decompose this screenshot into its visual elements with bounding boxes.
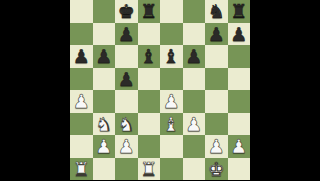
piece-black-pawn[interactable]: ♟: [118, 22, 135, 45]
square-d1[interactable]: ♜: [138, 158, 161, 181]
square-g1[interactable]: ♚: [205, 158, 228, 181]
piece-white-pawn[interactable]: ♟: [230, 135, 247, 158]
square-d5[interactable]: [138, 68, 161, 91]
square-d8[interactable]: ♜: [138, 0, 161, 23]
chess-app-stage: ♚♜♞♜♟♟♟♟♟♝♝♟♟♟♟♞♞♝♟♟♟♟♟♜♜♚: [0, 0, 320, 180]
square-g3[interactable]: [205, 113, 228, 136]
square-a2[interactable]: [70, 135, 93, 158]
square-b6[interactable]: ♟: [93, 45, 116, 68]
square-f2[interactable]: [183, 135, 206, 158]
piece-black-pawn[interactable]: ♟: [185, 45, 202, 68]
square-b8[interactable]: [93, 0, 116, 23]
square-f4[interactable]: [183, 90, 206, 113]
piece-black-knight[interactable]: ♞: [208, 0, 225, 22]
square-f8[interactable]: [183, 0, 206, 23]
square-d3[interactable]: [138, 113, 161, 136]
square-c4[interactable]: [115, 90, 138, 113]
piece-black-rook[interactable]: ♜: [230, 0, 247, 22]
square-a7[interactable]: [70, 23, 93, 46]
square-a8[interactable]: [70, 0, 93, 23]
square-b3[interactable]: ♞: [93, 113, 116, 136]
square-f3[interactable]: ♟: [183, 113, 206, 136]
square-e5[interactable]: [160, 68, 183, 91]
piece-black-pawn[interactable]: ♟: [118, 67, 135, 90]
square-b4[interactable]: [93, 90, 116, 113]
piece-white-pawn[interactable]: ♟: [95, 135, 112, 158]
square-c2[interactable]: ♟: [115, 135, 138, 158]
piece-black-pawn[interactable]: ♟: [73, 45, 90, 68]
square-b5[interactable]: [93, 68, 116, 91]
square-a5[interactable]: [70, 68, 93, 91]
piece-black-rook[interactable]: ♜: [140, 0, 157, 22]
piece-white-knight[interactable]: ♞: [95, 112, 112, 135]
square-e4[interactable]: ♟: [160, 90, 183, 113]
square-a4[interactable]: ♟: [70, 90, 93, 113]
piece-white-pawn[interactable]: ♟: [118, 135, 135, 158]
chess-board: ♚♜♞♜♟♟♟♟♟♝♝♟♟♟♟♞♞♝♟♟♟♟♟♜♜♚: [70, 0, 250, 180]
square-a3[interactable]: [70, 113, 93, 136]
piece-white-pawn[interactable]: ♟: [73, 90, 90, 113]
piece-black-king[interactable]: ♚: [118, 0, 135, 22]
square-g2[interactable]: ♟: [205, 135, 228, 158]
square-c5[interactable]: ♟: [115, 68, 138, 91]
square-c1[interactable]: [115, 158, 138, 181]
square-e7[interactable]: [160, 23, 183, 46]
square-e2[interactable]: [160, 135, 183, 158]
piece-black-bishop[interactable]: ♝: [163, 45, 180, 68]
square-h6[interactable]: [228, 45, 251, 68]
square-g5[interactable]: [205, 68, 228, 91]
piece-white-king[interactable]: ♚: [208, 157, 225, 180]
piece-white-rook[interactable]: ♜: [73, 157, 90, 180]
square-d7[interactable]: [138, 23, 161, 46]
piece-black-pawn[interactable]: ♟: [95, 45, 112, 68]
square-d2[interactable]: [138, 135, 161, 158]
square-c6[interactable]: [115, 45, 138, 68]
square-g4[interactable]: [205, 90, 228, 113]
square-g6[interactable]: [205, 45, 228, 68]
piece-black-bishop[interactable]: ♝: [140, 45, 157, 68]
piece-white-pawn[interactable]: ♟: [185, 112, 202, 135]
square-g8[interactable]: ♞: [205, 0, 228, 23]
square-f7[interactable]: [183, 23, 206, 46]
square-b7[interactable]: [93, 23, 116, 46]
square-g7[interactable]: ♟: [205, 23, 228, 46]
square-c7[interactable]: ♟: [115, 23, 138, 46]
piece-white-knight[interactable]: ♞: [118, 112, 135, 135]
square-f6[interactable]: ♟: [183, 45, 206, 68]
piece-white-rook[interactable]: ♜: [140, 157, 157, 180]
piece-white-bishop[interactable]: ♝: [163, 112, 180, 135]
piece-black-pawn[interactable]: ♟: [208, 22, 225, 45]
piece-white-pawn[interactable]: ♟: [208, 135, 225, 158]
piece-black-pawn[interactable]: ♟: [230, 22, 247, 45]
square-h1[interactable]: [228, 158, 251, 181]
square-f1[interactable]: [183, 158, 206, 181]
square-e1[interactable]: [160, 158, 183, 181]
square-h4[interactable]: [228, 90, 251, 113]
square-d6[interactable]: ♝: [138, 45, 161, 68]
square-b2[interactable]: ♟: [93, 135, 116, 158]
square-c8[interactable]: ♚: [115, 0, 138, 23]
square-e8[interactable]: [160, 0, 183, 23]
square-a6[interactable]: ♟: [70, 45, 93, 68]
square-h8[interactable]: ♜: [228, 0, 251, 23]
square-f5[interactable]: [183, 68, 206, 91]
square-c3[interactable]: ♞: [115, 113, 138, 136]
square-d4[interactable]: [138, 90, 161, 113]
square-a1[interactable]: ♜: [70, 158, 93, 181]
square-b1[interactable]: [93, 158, 116, 181]
square-e6[interactable]: ♝: [160, 45, 183, 68]
square-h2[interactable]: ♟: [228, 135, 251, 158]
square-h5[interactable]: [228, 68, 251, 91]
square-h3[interactable]: [228, 113, 251, 136]
square-h7[interactable]: ♟: [228, 23, 251, 46]
piece-white-pawn[interactable]: ♟: [163, 90, 180, 113]
square-e3[interactable]: ♝: [160, 113, 183, 136]
